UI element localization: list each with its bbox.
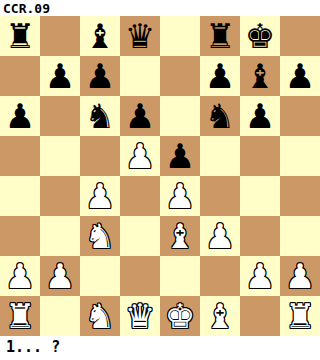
square-f7[interactable]: ♟ bbox=[200, 56, 240, 96]
square-g5[interactable] bbox=[240, 136, 280, 176]
black-knight-f6: ♞ bbox=[200, 96, 240, 136]
white-pawn-a2: ♟ bbox=[0, 256, 40, 296]
black-pawn-e5: ♟ bbox=[160, 136, 200, 176]
square-b2[interactable]: ♟ bbox=[40, 256, 80, 296]
square-a2[interactable]: ♟ bbox=[0, 256, 40, 296]
square-e4[interactable]: ♟ bbox=[160, 176, 200, 216]
square-f5[interactable] bbox=[200, 136, 240, 176]
white-pawn-d5: ♟ bbox=[120, 136, 160, 176]
black-pawn-d6: ♟ bbox=[120, 96, 160, 136]
square-h3[interactable] bbox=[280, 216, 320, 256]
white-knight-c1: ♞ bbox=[80, 296, 120, 336]
square-g6[interactable]: ♟ bbox=[240, 96, 280, 136]
square-d7[interactable] bbox=[120, 56, 160, 96]
square-c3[interactable]: ♞ bbox=[80, 216, 120, 256]
white-pawn-g2: ♟ bbox=[240, 256, 280, 296]
square-a8[interactable]: ♜ bbox=[0, 16, 40, 56]
white-pawn-e4: ♟ bbox=[160, 176, 200, 216]
square-b6[interactable] bbox=[40, 96, 80, 136]
puzzle-page: CCR.09 ♜♝♛♜♚♟♟♟♝♟♟♞♟♞♟♟♟♟♟♞♝♟♟♟♟♟♜♞♛♚♝♜ … bbox=[0, 0, 320, 360]
square-d3[interactable] bbox=[120, 216, 160, 256]
square-c2[interactable] bbox=[80, 256, 120, 296]
square-e1[interactable]: ♚ bbox=[160, 296, 200, 336]
square-h2[interactable]: ♟ bbox=[280, 256, 320, 296]
black-rook-a8: ♜ bbox=[0, 16, 40, 56]
square-b3[interactable] bbox=[40, 216, 80, 256]
square-h6[interactable] bbox=[280, 96, 320, 136]
square-e7[interactable] bbox=[160, 56, 200, 96]
white-pawn-b2: ♟ bbox=[40, 256, 80, 296]
square-d4[interactable] bbox=[120, 176, 160, 216]
square-e8[interactable] bbox=[160, 16, 200, 56]
white-rook-h1: ♜ bbox=[280, 296, 320, 336]
white-pawn-f3: ♟ bbox=[200, 216, 240, 256]
square-b8[interactable] bbox=[40, 16, 80, 56]
square-g3[interactable] bbox=[240, 216, 280, 256]
black-pawn-g6: ♟ bbox=[240, 96, 280, 136]
square-e3[interactable]: ♝ bbox=[160, 216, 200, 256]
black-bishop-g7: ♝ bbox=[240, 56, 280, 96]
square-d1[interactable]: ♛ bbox=[120, 296, 160, 336]
square-a6[interactable]: ♟ bbox=[0, 96, 40, 136]
square-c5[interactable] bbox=[80, 136, 120, 176]
black-bishop-c8: ♝ bbox=[80, 16, 120, 56]
square-f6[interactable]: ♞ bbox=[200, 96, 240, 136]
square-b4[interactable] bbox=[40, 176, 80, 216]
square-d5[interactable]: ♟ bbox=[120, 136, 160, 176]
square-b5[interactable] bbox=[40, 136, 80, 176]
square-f3[interactable]: ♟ bbox=[200, 216, 240, 256]
black-pawn-c7: ♟ bbox=[80, 56, 120, 96]
square-f4[interactable] bbox=[200, 176, 240, 216]
square-h1[interactable]: ♜ bbox=[280, 296, 320, 336]
square-c6[interactable]: ♞ bbox=[80, 96, 120, 136]
black-pawn-a6: ♟ bbox=[0, 96, 40, 136]
white-queen-d1: ♛ bbox=[120, 296, 160, 336]
square-d2[interactable] bbox=[120, 256, 160, 296]
puzzle-title: CCR.09 bbox=[3, 1, 50, 16]
chess-board: ♜♝♛♜♚♟♟♟♝♟♟♞♟♞♟♟♟♟♟♞♝♟♟♟♟♟♜♞♛♚♝♜ bbox=[0, 16, 320, 336]
move-prompt: 1... ? bbox=[6, 338, 60, 356]
square-a4[interactable] bbox=[0, 176, 40, 216]
square-e6[interactable] bbox=[160, 96, 200, 136]
square-h5[interactable] bbox=[280, 136, 320, 176]
square-e5[interactable]: ♟ bbox=[160, 136, 200, 176]
square-a1[interactable]: ♜ bbox=[0, 296, 40, 336]
white-rook-a1: ♜ bbox=[0, 296, 40, 336]
black-knight-c6: ♞ bbox=[80, 96, 120, 136]
square-c7[interactable]: ♟ bbox=[80, 56, 120, 96]
square-a5[interactable] bbox=[0, 136, 40, 176]
square-c1[interactable]: ♞ bbox=[80, 296, 120, 336]
white-pawn-h2: ♟ bbox=[280, 256, 320, 296]
black-pawn-h7: ♟ bbox=[280, 56, 320, 96]
square-c4[interactable]: ♟ bbox=[80, 176, 120, 216]
square-h8[interactable] bbox=[280, 16, 320, 56]
square-g1[interactable] bbox=[240, 296, 280, 336]
black-king-g8: ♚ bbox=[240, 16, 280, 56]
square-d6[interactable]: ♟ bbox=[120, 96, 160, 136]
square-g7[interactable]: ♝ bbox=[240, 56, 280, 96]
square-b1[interactable] bbox=[40, 296, 80, 336]
white-king-e1: ♚ bbox=[160, 296, 200, 336]
square-d8[interactable]: ♛ bbox=[120, 16, 160, 56]
square-f1[interactable]: ♝ bbox=[200, 296, 240, 336]
square-b7[interactable]: ♟ bbox=[40, 56, 80, 96]
square-g8[interactable]: ♚ bbox=[240, 16, 280, 56]
square-f8[interactable]: ♜ bbox=[200, 16, 240, 56]
white-bishop-e3: ♝ bbox=[160, 216, 200, 256]
square-c8[interactable]: ♝ bbox=[80, 16, 120, 56]
square-h7[interactable]: ♟ bbox=[280, 56, 320, 96]
black-pawn-b7: ♟ bbox=[40, 56, 80, 96]
black-pawn-f7: ♟ bbox=[200, 56, 240, 96]
square-h4[interactable] bbox=[280, 176, 320, 216]
square-g2[interactable]: ♟ bbox=[240, 256, 280, 296]
white-bishop-f1: ♝ bbox=[200, 296, 240, 336]
black-rook-f8: ♜ bbox=[200, 16, 240, 56]
square-e2[interactable] bbox=[160, 256, 200, 296]
square-a7[interactable] bbox=[0, 56, 40, 96]
white-knight-c3: ♞ bbox=[80, 216, 120, 256]
square-g4[interactable] bbox=[240, 176, 280, 216]
white-pawn-c4: ♟ bbox=[80, 176, 120, 216]
black-queen-d8: ♛ bbox=[120, 16, 160, 56]
square-f2[interactable] bbox=[200, 256, 240, 296]
square-a3[interactable] bbox=[0, 216, 40, 256]
